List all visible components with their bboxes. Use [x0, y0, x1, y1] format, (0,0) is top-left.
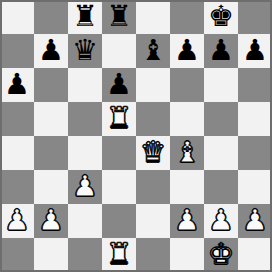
square-b6[interactable]: [34, 68, 68, 102]
piece-black-rook[interactable]: ♜: [72, 0, 98, 33]
square-d8[interactable]: ♜: [102, 0, 136, 34]
piece-white-king[interactable]: ♚: [208, 238, 234, 271]
square-a2[interactable]: ♟: [0, 204, 34, 238]
square-g4[interactable]: [204, 136, 238, 170]
square-g7[interactable]: ♟: [204, 34, 238, 68]
square-f3[interactable]: [170, 170, 204, 204]
square-c5[interactable]: [68, 102, 102, 136]
square-f5[interactable]: [170, 102, 204, 136]
square-g8[interactable]: ♚: [204, 0, 238, 34]
square-a5[interactable]: [0, 102, 34, 136]
square-c3[interactable]: ♟: [68, 170, 102, 204]
square-g2[interactable]: ♟: [204, 204, 238, 238]
square-e7[interactable]: ♝: [136, 34, 170, 68]
piece-white-pawn[interactable]: ♟: [4, 204, 30, 237]
square-h5[interactable]: [238, 102, 272, 136]
piece-white-bishop[interactable]: ♝: [174, 136, 200, 169]
piece-black-pawn[interactable]: ♟: [242, 34, 268, 67]
piece-black-pawn[interactable]: ♟: [4, 68, 30, 101]
square-f4[interactable]: ♝: [170, 136, 204, 170]
piece-black-pawn[interactable]: ♟: [208, 34, 234, 67]
square-a7[interactable]: [0, 34, 34, 68]
piece-black-pawn[interactable]: ♟: [106, 68, 132, 101]
square-d4[interactable]: [102, 136, 136, 170]
square-d7[interactable]: [102, 34, 136, 68]
square-e5[interactable]: [136, 102, 170, 136]
square-g3[interactable]: [204, 170, 238, 204]
square-c2[interactable]: [68, 204, 102, 238]
square-a8[interactable]: [0, 0, 34, 34]
square-d5[interactable]: ♜: [102, 102, 136, 136]
piece-black-king[interactable]: ♚: [208, 0, 234, 33]
square-b2[interactable]: ♟: [34, 204, 68, 238]
square-g1[interactable]: ♚: [204, 238, 238, 272]
square-e1[interactable]: [136, 238, 170, 272]
square-f2[interactable]: ♟: [170, 204, 204, 238]
square-h7[interactable]: ♟: [238, 34, 272, 68]
square-e3[interactable]: [136, 170, 170, 204]
piece-white-pawn[interactable]: ♟: [242, 204, 268, 237]
square-c4[interactable]: [68, 136, 102, 170]
square-c6[interactable]: [68, 68, 102, 102]
square-h2[interactable]: ♟: [238, 204, 272, 238]
square-d1[interactable]: ♜: [102, 238, 136, 272]
piece-black-queen[interactable]: ♛: [72, 34, 98, 67]
square-h4[interactable]: [238, 136, 272, 170]
square-d2[interactable]: [102, 204, 136, 238]
square-d6[interactable]: ♟: [102, 68, 136, 102]
square-b3[interactable]: [34, 170, 68, 204]
piece-black-pawn[interactable]: ♟: [38, 34, 64, 67]
square-b1[interactable]: [34, 238, 68, 272]
piece-black-pawn[interactable]: ♟: [174, 34, 200, 67]
square-h6[interactable]: [238, 68, 272, 102]
piece-white-pawn[interactable]: ♟: [174, 204, 200, 237]
piece-white-pawn[interactable]: ♟: [38, 204, 64, 237]
square-d3[interactable]: [102, 170, 136, 204]
square-h1[interactable]: [238, 238, 272, 272]
square-h3[interactable]: [238, 170, 272, 204]
piece-black-rook[interactable]: ♜: [106, 0, 132, 33]
square-e2[interactable]: [136, 204, 170, 238]
square-f1[interactable]: [170, 238, 204, 272]
piece-white-rook[interactable]: ♜: [106, 238, 132, 271]
square-b4[interactable]: [34, 136, 68, 170]
square-e8[interactable]: [136, 0, 170, 34]
square-c1[interactable]: [68, 238, 102, 272]
piece-black-bishop[interactable]: ♝: [140, 34, 166, 67]
piece-white-pawn[interactable]: ♟: [208, 204, 234, 237]
square-e6[interactable]: [136, 68, 170, 102]
square-e4[interactable]: ♛: [136, 136, 170, 170]
square-c7[interactable]: ♛: [68, 34, 102, 68]
square-f7[interactable]: ♟: [170, 34, 204, 68]
piece-white-rook[interactable]: ♜: [106, 102, 132, 135]
square-b8[interactable]: [34, 0, 68, 34]
square-g6[interactable]: [204, 68, 238, 102]
square-g5[interactable]: [204, 102, 238, 136]
square-a4[interactable]: [0, 136, 34, 170]
square-f8[interactable]: [170, 0, 204, 34]
square-b5[interactable]: [34, 102, 68, 136]
square-b7[interactable]: ♟: [34, 34, 68, 68]
square-a6[interactable]: ♟: [0, 68, 34, 102]
square-a1[interactable]: [0, 238, 34, 272]
square-a3[interactable]: [0, 170, 34, 204]
chess-board-container: ♜♜♚♟♛♝♟♟♟♟♟♜♛♝♟♟♟♟♟♟♜♚: [0, 0, 272, 272]
piece-white-pawn[interactable]: ♟: [72, 170, 98, 203]
square-c8[interactable]: ♜: [68, 0, 102, 34]
piece-white-queen[interactable]: ♛: [140, 136, 166, 169]
square-f6[interactable]: [170, 68, 204, 102]
chess-board: ♜♜♚♟♛♝♟♟♟♟♟♜♛♝♟♟♟♟♟♟♜♚: [0, 0, 272, 272]
square-h8[interactable]: [238, 0, 272, 34]
